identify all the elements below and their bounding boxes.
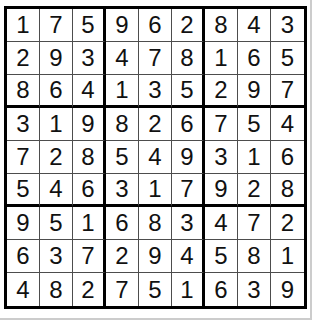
cell-r9c5[interactable]: 5	[139, 273, 172, 306]
cell-r5c4[interactable]: 5	[106, 141, 139, 174]
cell-r3c4[interactable]: 1	[106, 75, 139, 108]
cell-r3c7[interactable]: 2	[205, 75, 238, 108]
cell-r7c3[interactable]: 1	[73, 207, 106, 240]
cell-r2c7[interactable]: 1	[205, 42, 238, 75]
cell-r8c6[interactable]: 4	[172, 240, 205, 273]
cell-r4c9[interactable]: 4	[271, 108, 304, 141]
cell-r5c9[interactable]: 6	[271, 141, 304, 174]
cell-r6c6[interactable]: 7	[172, 174, 205, 207]
sudoku-board: 1759628432934781658641352973198267547285…	[4, 6, 307, 309]
cell-r9c6[interactable]: 1	[172, 273, 205, 306]
cell-r9c1[interactable]: 4	[7, 273, 40, 306]
cell-r5c3[interactable]: 8	[73, 141, 106, 174]
cell-r4c4[interactable]: 8	[106, 108, 139, 141]
cell-r6c5[interactable]: 1	[139, 174, 172, 207]
cell-r2c1[interactable]: 2	[7, 42, 40, 75]
cell-r8c1[interactable]: 6	[7, 240, 40, 273]
cell-r9c7[interactable]: 6	[205, 273, 238, 306]
cell-r7c6[interactable]: 3	[172, 207, 205, 240]
cell-r1c3[interactable]: 5	[73, 9, 106, 42]
cell-r2c9[interactable]: 5	[271, 42, 304, 75]
cell-r5c6[interactable]: 9	[172, 141, 205, 174]
cell-r4c8[interactable]: 5	[238, 108, 271, 141]
cell-r9c9[interactable]: 9	[271, 273, 304, 306]
cell-r7c4[interactable]: 6	[106, 207, 139, 240]
cell-r8c2[interactable]: 3	[40, 240, 73, 273]
cell-r4c6[interactable]: 6	[172, 108, 205, 141]
cell-r4c3[interactable]: 9	[73, 108, 106, 141]
cell-r3c3[interactable]: 4	[73, 75, 106, 108]
cell-r7c9[interactable]: 2	[271, 207, 304, 240]
cell-r6c2[interactable]: 4	[40, 174, 73, 207]
cell-r6c1[interactable]: 5	[7, 174, 40, 207]
cell-r1c9[interactable]: 3	[271, 9, 304, 42]
cell-r7c1[interactable]: 9	[7, 207, 40, 240]
cell-r8c3[interactable]: 7	[73, 240, 106, 273]
cell-r4c2[interactable]: 1	[40, 108, 73, 141]
cell-r8c5[interactable]: 9	[139, 240, 172, 273]
cell-r5c1[interactable]: 7	[7, 141, 40, 174]
cell-r2c2[interactable]: 9	[40, 42, 73, 75]
cell-r1c2[interactable]: 7	[40, 9, 73, 42]
cell-r1c4[interactable]: 9	[106, 9, 139, 42]
cell-r1c7[interactable]: 8	[205, 9, 238, 42]
cell-r6c9[interactable]: 8	[271, 174, 304, 207]
cell-r7c7[interactable]: 4	[205, 207, 238, 240]
cell-r3c2[interactable]: 6	[40, 75, 73, 108]
cell-r6c4[interactable]: 3	[106, 174, 139, 207]
cell-r1c8[interactable]: 4	[238, 9, 271, 42]
cell-r7c8[interactable]: 7	[238, 207, 271, 240]
cell-r5c7[interactable]: 3	[205, 141, 238, 174]
cell-r6c3[interactable]: 6	[73, 174, 106, 207]
cell-r4c7[interactable]: 7	[205, 108, 238, 141]
cell-r8c7[interactable]: 5	[205, 240, 238, 273]
cell-r3c9[interactable]: 7	[271, 75, 304, 108]
cell-r1c5[interactable]: 6	[139, 9, 172, 42]
cell-r2c4[interactable]: 4	[106, 42, 139, 75]
cell-r1c6[interactable]: 2	[172, 9, 205, 42]
cell-r3c1[interactable]: 8	[7, 75, 40, 108]
cell-r9c3[interactable]: 2	[73, 273, 106, 306]
cell-r9c8[interactable]: 3	[238, 273, 271, 306]
cell-r7c5[interactable]: 8	[139, 207, 172, 240]
cell-r2c8[interactable]: 6	[238, 42, 271, 75]
cell-r8c9[interactable]: 1	[271, 240, 304, 273]
cell-r3c5[interactable]: 3	[139, 75, 172, 108]
cell-r5c5[interactable]: 4	[139, 141, 172, 174]
cell-r5c2[interactable]: 2	[40, 141, 73, 174]
cell-r6c8[interactable]: 2	[238, 174, 271, 207]
cell-r9c2[interactable]: 8	[40, 273, 73, 306]
cell-r1c1[interactable]: 1	[7, 9, 40, 42]
cell-r9c4[interactable]: 7	[106, 273, 139, 306]
cell-r8c8[interactable]: 8	[238, 240, 271, 273]
page: 1759628432934781658641352973198267547285…	[0, 0, 312, 320]
cell-r3c8[interactable]: 9	[238, 75, 271, 108]
cell-r8c4[interactable]: 2	[106, 240, 139, 273]
cell-r5c8[interactable]: 1	[238, 141, 271, 174]
cell-r2c5[interactable]: 7	[139, 42, 172, 75]
cell-r4c5[interactable]: 2	[139, 108, 172, 141]
cell-r2c3[interactable]: 3	[73, 42, 106, 75]
cell-r4c1[interactable]: 3	[7, 108, 40, 141]
cell-r7c2[interactable]: 5	[40, 207, 73, 240]
cell-r6c7[interactable]: 9	[205, 174, 238, 207]
cell-r3c6[interactable]: 5	[172, 75, 205, 108]
cell-r2c6[interactable]: 8	[172, 42, 205, 75]
